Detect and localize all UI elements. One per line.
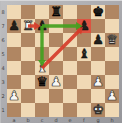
square-b1[interactable] xyxy=(21,103,35,117)
rank-label-3: 3 xyxy=(0,75,6,89)
square-e2[interactable] xyxy=(63,89,77,103)
square-d5[interactable] xyxy=(49,47,63,61)
square-f8[interactable] xyxy=(77,5,91,19)
square-a6[interactable] xyxy=(7,33,21,47)
piece-black-pawn-a7[interactable]: ♟ xyxy=(7,19,21,33)
square-e4[interactable] xyxy=(63,61,77,75)
rank-label-1: 1 xyxy=(0,103,6,117)
square-a2[interactable]: ♟ xyxy=(7,89,21,103)
chess-analysis-board: 87654321 abcdefgh ♜♚♟♜♟♟♟♛♝♝♛♟♟♟♟♚ xyxy=(0,0,122,123)
file-label-c: c xyxy=(35,117,49,123)
piece-white-queen-h6[interactable]: ♛ xyxy=(105,33,119,47)
square-c2[interactable] xyxy=(35,89,49,103)
piece-white-rook-b7[interactable]: ♜ xyxy=(21,19,35,33)
square-d4[interactable] xyxy=(49,61,63,75)
file-label-f: f xyxy=(77,117,91,123)
file-label-h: h xyxy=(105,117,119,123)
piece-white-pawn-h2[interactable]: ♟ xyxy=(105,89,119,103)
piece-black-king-g8[interactable]: ♚ xyxy=(91,5,105,19)
square-b3[interactable] xyxy=(21,75,35,89)
file-label-g: g xyxy=(91,117,105,123)
square-e6[interactable] xyxy=(63,33,77,47)
square-c3[interactable]: ♛ xyxy=(35,75,49,89)
piece-black-pawn-c7[interactable]: ♟ xyxy=(35,19,49,33)
rank-label-8: 8 xyxy=(0,5,6,19)
square-h2[interactable]: ♟ xyxy=(105,89,119,103)
piece-black-queen-c3[interactable]: ♛ xyxy=(35,75,49,89)
square-f7[interactable]: ♟ xyxy=(77,19,91,33)
rank-label-4: 4 xyxy=(0,61,6,75)
square-a8[interactable] xyxy=(7,5,21,19)
square-g4[interactable] xyxy=(91,61,105,75)
square-g5[interactable] xyxy=(91,47,105,61)
square-e3[interactable] xyxy=(63,75,77,89)
square-f6[interactable] xyxy=(77,33,91,47)
square-g6[interactable]: ♟ xyxy=(91,33,105,47)
square-g8[interactable]: ♚ xyxy=(91,5,105,19)
file-label-a: a xyxy=(7,117,21,123)
rank-label-6: 6 xyxy=(0,33,6,47)
square-f1[interactable] xyxy=(77,103,91,117)
square-b5[interactable] xyxy=(21,47,35,61)
file-label-d: d xyxy=(49,117,63,123)
square-c5[interactable] xyxy=(35,47,49,61)
square-e1[interactable] xyxy=(63,103,77,117)
square-f5[interactable]: ♝ xyxy=(77,47,91,61)
square-a3[interactable] xyxy=(7,75,21,89)
piece-white-bishop-c4[interactable]: ♝ xyxy=(35,61,49,75)
square-b7[interactable]: ♜ xyxy=(21,19,35,33)
square-e8[interactable] xyxy=(63,5,77,19)
square-a7[interactable]: ♟ xyxy=(7,19,21,33)
square-d6[interactable] xyxy=(49,33,63,47)
square-c4[interactable]: ♝ xyxy=(35,61,49,75)
piece-white-king-g1[interactable]: ♚ xyxy=(91,103,105,117)
square-d3[interactable]: ♟ xyxy=(49,75,63,89)
square-f4[interactable] xyxy=(77,61,91,75)
square-g2[interactable] xyxy=(91,89,105,103)
square-f3[interactable] xyxy=(77,75,91,89)
square-h1[interactable] xyxy=(105,103,119,117)
piece-white-pawn-d3[interactable]: ♟ xyxy=(49,75,63,89)
square-h7[interactable] xyxy=(105,19,119,33)
rank-label-2: 2 xyxy=(0,89,6,103)
square-h4[interactable] xyxy=(105,61,119,75)
square-d1[interactable] xyxy=(49,103,63,117)
square-g1[interactable]: ♚ xyxy=(91,103,105,117)
square-e7[interactable] xyxy=(63,19,77,33)
square-c6[interactable] xyxy=(35,33,49,47)
piece-black-pawn-f7[interactable]: ♟ xyxy=(77,19,91,33)
square-h5[interactable] xyxy=(105,47,119,61)
square-b2[interactable] xyxy=(21,89,35,103)
piece-black-bishop-f5[interactable]: ♝ xyxy=(77,47,91,61)
rank-label-5: 5 xyxy=(0,47,6,61)
file-label-e: e xyxy=(63,117,77,123)
square-c8[interactable] xyxy=(35,5,49,19)
square-c7[interactable]: ♟ xyxy=(35,19,49,33)
square-g7[interactable] xyxy=(91,19,105,33)
square-b4[interactable] xyxy=(21,61,35,75)
board: ♜♚♟♜♟♟♟♛♝♝♛♟♟♟♟♚ xyxy=(7,5,119,117)
square-a1[interactable] xyxy=(7,103,21,117)
rank-label-7: 7 xyxy=(0,19,6,33)
square-d8[interactable]: ♜ xyxy=(49,5,63,19)
square-d2[interactable] xyxy=(49,89,63,103)
square-e5[interactable] xyxy=(63,47,77,61)
square-h3[interactable] xyxy=(105,75,119,89)
square-f2[interactable] xyxy=(77,89,91,103)
square-b8[interactable] xyxy=(21,5,35,19)
square-h8[interactable] xyxy=(105,5,119,19)
square-a4[interactable] xyxy=(7,61,21,75)
square-b6[interactable] xyxy=(21,33,35,47)
square-h6[interactable]: ♛ xyxy=(105,33,119,47)
square-d7[interactable] xyxy=(49,19,63,33)
piece-white-pawn-a2[interactable]: ♟ xyxy=(7,89,21,103)
file-label-b: b xyxy=(21,117,35,123)
square-c1[interactable] xyxy=(35,103,49,117)
piece-black-pawn-g6[interactable]: ♟ xyxy=(91,33,105,47)
piece-white-pawn-g3[interactable]: ♟ xyxy=(91,75,105,89)
square-a5[interactable] xyxy=(7,47,21,61)
square-g3[interactable]: ♟ xyxy=(91,75,105,89)
piece-black-rook-d8[interactable]: ♜ xyxy=(49,5,63,19)
